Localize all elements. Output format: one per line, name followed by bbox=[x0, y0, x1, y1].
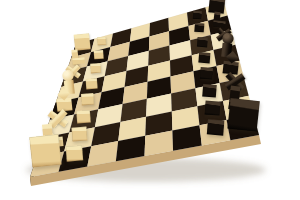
piece-white-knight-b1[interactable] bbox=[71, 48, 85, 64]
piece-white-pawn-g2[interactable] bbox=[71, 127, 87, 142]
pawn-shape bbox=[86, 78, 98, 89]
pawn-shape bbox=[204, 101, 220, 116]
rook-shape bbox=[30, 134, 62, 167]
pawn-shape bbox=[206, 119, 224, 135]
pieces-layer bbox=[0, 0, 300, 200]
chessboard-photo bbox=[0, 0, 300, 200]
piece-white-pawn-f2[interactable] bbox=[76, 110, 91, 124]
piece-black-pawn-e7[interactable] bbox=[200, 67, 213, 79]
piece-white-pawn-b2[interactable] bbox=[94, 50, 104, 59]
piece-white-pawn-a2[interactable] bbox=[97, 36, 106, 45]
pawn-shape bbox=[202, 83, 217, 97]
piece-white-pawn-h2[interactable] bbox=[66, 145, 84, 161]
pawn-shape bbox=[90, 63, 101, 73]
pawn-shape bbox=[193, 10, 202, 19]
piece-white-pawn-e2[interactable] bbox=[81, 93, 94, 105]
piece-black-pawn-g7[interactable] bbox=[204, 101, 220, 116]
piece-black-pawn-f7[interactable] bbox=[202, 83, 217, 97]
pawn-shape bbox=[200, 67, 213, 79]
pawn-shape bbox=[66, 145, 84, 161]
piece-white-rook-h1[interactable] bbox=[30, 134, 62, 167]
piece-black-pawn-d7[interactable] bbox=[198, 52, 210, 63]
piece-white-pawn-d2[interactable] bbox=[86, 78, 98, 89]
pawn-shape bbox=[195, 23, 205, 32]
piece-black-rook-h8[interactable] bbox=[228, 98, 260, 131]
pawn-shape bbox=[76, 110, 91, 124]
piece-black-pawn-a7[interactable] bbox=[193, 10, 202, 19]
piece-white-pawn-c2[interactable] bbox=[90, 63, 101, 73]
piece-black-pawn-b7[interactable] bbox=[195, 23, 205, 32]
pawn-shape bbox=[97, 36, 106, 45]
piece-black-pawn-c7[interactable] bbox=[196, 37, 207, 47]
pawn-shape bbox=[198, 52, 210, 63]
piece-black-pawn-h7[interactable] bbox=[206, 119, 224, 135]
piece-black-knight-b8[interactable] bbox=[213, 12, 227, 28]
pawn-shape bbox=[196, 37, 207, 47]
rook-shape bbox=[228, 98, 260, 131]
pawn-shape bbox=[94, 50, 104, 59]
pawn-shape bbox=[71, 127, 87, 142]
pawn-shape bbox=[81, 93, 94, 105]
